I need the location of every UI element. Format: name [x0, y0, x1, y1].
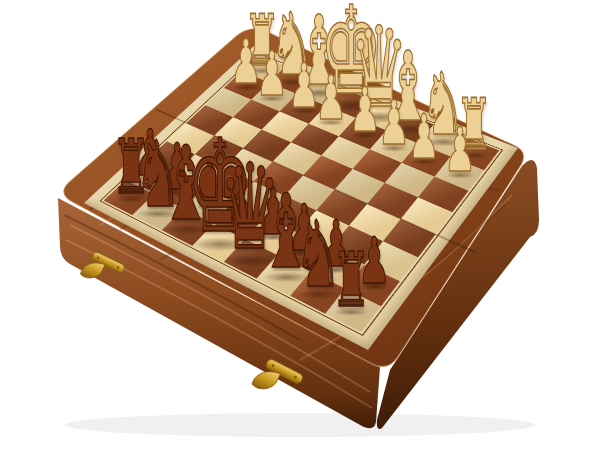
piece-white-pawn-g2[interactable]: ♟ [256, 43, 288, 104]
piece-white-pawn-c2[interactable]: ♟ [378, 93, 410, 154]
chess-set-photo: ♜♞♝♛♚♝♞♜♟♟♟♟♟♟♟♟♟♟♟♟♟♟♟♟♜♞♝♛♚♝♞♜ [0, 0, 600, 450]
piece-black-rook-a8[interactable]: ♜ [332, 243, 371, 318]
piece-white-pawn-b2[interactable]: ♟ [408, 106, 440, 167]
box-ground-shadow [65, 413, 535, 437]
piece-white-pawn-a2[interactable]: ♟ [444, 120, 476, 181]
piece-white-pawn-e2[interactable]: ♟ [315, 67, 347, 128]
piece-white-pawn-d2[interactable]: ♟ [349, 80, 381, 141]
